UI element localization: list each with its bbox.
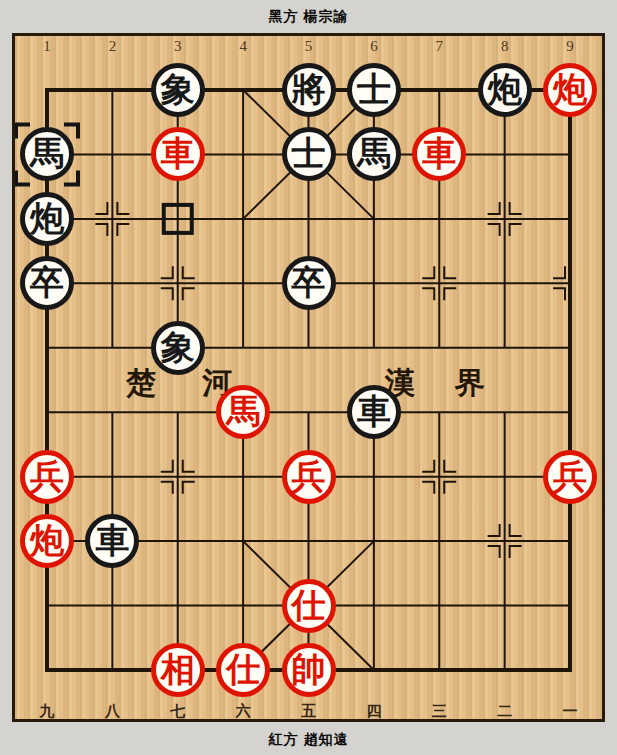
piece-red-soldier[interactable]: 兵 [282, 450, 336, 504]
file-label-bottom-5: 五 [294, 702, 324, 721]
piece-black-soldier[interactable]: 卒 [282, 256, 336, 310]
piece-black-chariot[interactable]: 車 [347, 385, 401, 439]
piece-red-horse[interactable]: 馬 [216, 385, 270, 439]
file-label-top-6: 6 [359, 38, 389, 55]
piece-red-cannon[interactable]: 炮 [543, 63, 597, 117]
file-label-bottom-9: 一 [555, 702, 585, 721]
piece-black-general[interactable]: 將 [282, 63, 336, 117]
file-label-top-1: 1 [32, 38, 62, 55]
river-label-right: 漢界 [385, 366, 485, 400]
file-label-bottom-8: 二 [490, 702, 520, 721]
piece-black-elephant[interactable]: 象 [151, 321, 205, 375]
file-label-top-4: 4 [228, 38, 258, 55]
piece-red-elephant[interactable]: 相 [151, 643, 205, 697]
piece-red-advisor[interactable]: 仕 [282, 579, 336, 633]
piece-red-soldier[interactable]: 兵 [20, 450, 74, 504]
xiangqi-board[interactable]: 楚河 漢界 123456789九八七六五四三二一象將士炮炮馬車士馬車炮卒卒象馬車… [12, 33, 605, 722]
file-label-bottom-3: 七 [163, 702, 193, 721]
piece-red-cannon[interactable]: 炮 [20, 514, 74, 568]
piece-red-soldier[interactable]: 兵 [543, 450, 597, 504]
file-label-top-2: 2 [97, 38, 127, 55]
red-player-title: 紅方 趙知遠 [0, 731, 617, 749]
river-char: 楚 [126, 366, 156, 400]
piece-black-cannon[interactable]: 炮 [478, 63, 532, 117]
file-label-top-7: 7 [424, 38, 454, 55]
file-label-bottom-2: 八 [97, 702, 127, 721]
file-label-top-9: 9 [555, 38, 585, 55]
piece-black-cannon[interactable]: 炮 [20, 192, 74, 246]
file-label-bottom-1: 九 [32, 702, 62, 721]
file-label-top-5: 5 [294, 38, 324, 55]
file-label-top-3: 3 [163, 38, 193, 55]
file-label-top-8: 8 [490, 38, 520, 55]
file-label-bottom-4: 六 [228, 702, 258, 721]
piece-black-advisor[interactable]: 士 [347, 63, 401, 117]
file-label-bottom-6: 四 [359, 702, 389, 721]
piece-black-horse[interactable]: 馬 [347, 127, 401, 181]
piece-red-chariot[interactable]: 車 [151, 127, 205, 181]
river-char: 界 [455, 366, 485, 400]
file-label-bottom-7: 三 [424, 702, 454, 721]
black-player-title: 黑方 楊宗諭 [0, 8, 617, 26]
piece-red-advisor[interactable]: 仕 [216, 643, 270, 697]
piece-black-elephant[interactable]: 象 [151, 63, 205, 117]
piece-black-soldier[interactable]: 卒 [20, 256, 74, 310]
piece-red-general[interactable]: 帥 [282, 643, 336, 697]
piece-black-advisor[interactable]: 士 [282, 127, 336, 181]
